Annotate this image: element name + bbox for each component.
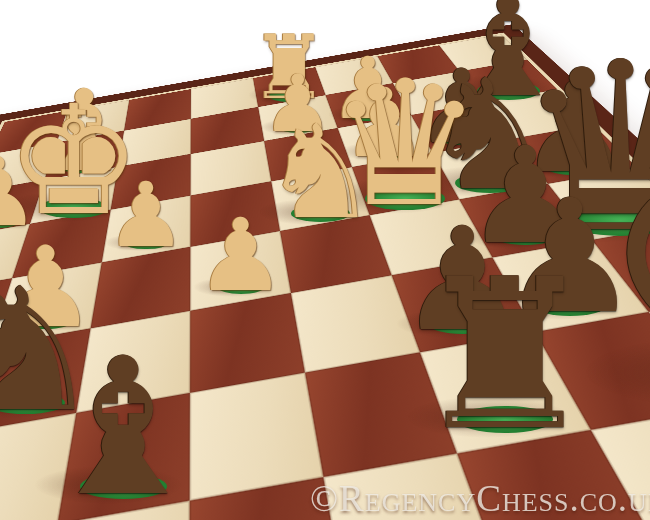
square-c2 xyxy=(57,392,191,520)
board-squares-grid xyxy=(0,33,650,520)
watermark-text: ©RegencyChess.co.uk xyxy=(310,477,650,520)
product-photo-stage: ♜♝♟♟♝♟♚♟♟♟♞♛♞♟♟♟♟♛♞♟♟♝♜♚ ©RegencyChess.c… xyxy=(0,0,650,520)
chess-board xyxy=(0,24,650,520)
